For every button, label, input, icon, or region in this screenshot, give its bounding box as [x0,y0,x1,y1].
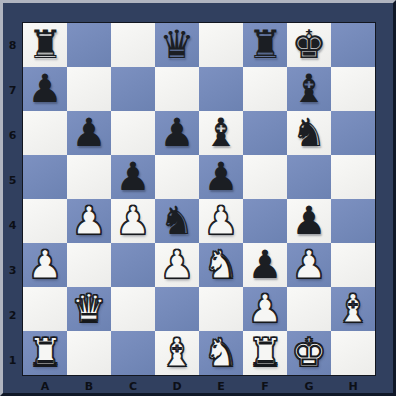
square-e1[interactable]: ♞ [199,331,243,375]
piece-white-rook[interactable]: ♜ [243,331,287,375]
square-a4[interactable] [23,199,67,243]
square-d7[interactable] [155,67,199,111]
square-b2[interactable]: ♛ [67,287,111,331]
square-g1[interactable]: ♚ [287,331,331,375]
file-label-h: H [331,377,375,396]
rank-label-1: 1 [3,338,22,382]
rank-label-4: 4 [3,203,22,247]
board: ♜♛♜♚♟♝♟♟♝♞♟♟♟♟♞♟♟♟♟♞♟♟♛♟♝♜♝♞♜♚ [22,22,376,376]
piece-white-king[interactable]: ♚ [287,331,331,375]
square-c6[interactable] [111,111,155,155]
square-d2[interactable] [155,287,199,331]
square-g6[interactable]: ♞ [287,111,331,155]
piece-black-bishop[interactable]: ♝ [199,111,243,155]
square-e8[interactable] [199,23,243,67]
square-f6[interactable] [243,111,287,155]
square-c4[interactable]: ♟ [111,199,155,243]
piece-black-rook[interactable]: ♜ [243,23,287,67]
square-g7[interactable]: ♝ [287,67,331,111]
square-g8[interactable]: ♚ [287,23,331,67]
square-f4[interactable] [243,199,287,243]
square-a3[interactable]: ♟ [23,243,67,287]
rank-label-3: 3 [3,248,22,292]
square-b7[interactable] [67,67,111,111]
piece-white-rook[interactable]: ♜ [23,331,67,375]
file-labels: ABCDEFGH [22,377,376,396]
rank-label-5: 5 [3,158,22,202]
file-label-b: B [67,377,111,396]
square-d6[interactable]: ♟ [155,111,199,155]
square-h4[interactable] [331,199,375,243]
piece-white-bishop[interactable]: ♝ [155,331,199,375]
rank-label-8: 8 [3,23,22,67]
rank-label-2: 2 [3,293,22,337]
square-f2[interactable]: ♟ [243,287,287,331]
rank-labels: 87654321 [3,22,22,376]
square-h3[interactable] [331,243,375,287]
piece-black-pawn[interactable]: ♟ [243,243,287,287]
square-c1[interactable] [111,331,155,375]
piece-white-bishop[interactable]: ♝ [331,287,375,331]
piece-white-pawn[interactable]: ♟ [155,243,199,287]
square-d4[interactable]: ♞ [155,199,199,243]
square-f3[interactable]: ♟ [243,243,287,287]
square-f8[interactable]: ♜ [243,23,287,67]
piece-white-knight[interactable]: ♞ [199,331,243,375]
piece-white-pawn[interactable]: ♟ [111,199,155,243]
square-c7[interactable] [111,67,155,111]
square-a1[interactable]: ♜ [23,331,67,375]
piece-black-queen[interactable]: ♛ [155,23,199,67]
square-e5[interactable]: ♟ [199,155,243,199]
piece-black-knight[interactable]: ♞ [287,111,331,155]
square-a6[interactable] [23,111,67,155]
square-d5[interactable] [155,155,199,199]
piece-white-pawn[interactable]: ♟ [23,243,67,287]
piece-black-bishop[interactable]: ♝ [287,67,331,111]
file-label-f: F [243,377,287,396]
file-label-a: A [23,377,67,396]
file-label-e: E [199,377,243,396]
square-b8[interactable] [67,23,111,67]
square-b6[interactable]: ♟ [67,111,111,155]
square-a2[interactable] [23,287,67,331]
square-d3[interactable]: ♟ [155,243,199,287]
piece-black-rook[interactable]: ♜ [23,23,67,67]
square-b1[interactable] [67,331,111,375]
square-g5[interactable] [287,155,331,199]
square-e7[interactable] [199,67,243,111]
square-h5[interactable] [331,155,375,199]
file-label-c: C [111,377,155,396]
square-c8[interactable] [111,23,155,67]
square-f7[interactable] [243,67,287,111]
square-c2[interactable] [111,287,155,331]
piece-black-knight[interactable]: ♞ [155,199,199,243]
chess-board-frame: 87654321 ♜♛♜♚♟♝♟♟♝♞♟♟♟♟♞♟♟♟♟♞♟♟♛♟♝♜♝♞♜♚ … [0,0,396,396]
piece-white-knight[interactable]: ♞ [199,243,243,287]
square-h6[interactable] [331,111,375,155]
square-h8[interactable] [331,23,375,67]
square-h2[interactable]: ♝ [331,287,375,331]
square-f1[interactable]: ♜ [243,331,287,375]
piece-white-pawn[interactable]: ♟ [287,243,331,287]
square-h7[interactable] [331,67,375,111]
square-a8[interactable]: ♜ [23,23,67,67]
piece-black-king[interactable]: ♚ [287,23,331,67]
square-a5[interactable] [23,155,67,199]
square-c3[interactable] [111,243,155,287]
square-g4[interactable]: ♟ [287,199,331,243]
square-e6[interactable]: ♝ [199,111,243,155]
piece-black-pawn[interactable]: ♟ [155,111,199,155]
square-d1[interactable]: ♝ [155,331,199,375]
square-d8[interactable]: ♛ [155,23,199,67]
square-g3[interactable]: ♟ [287,243,331,287]
square-e3[interactable]: ♞ [199,243,243,287]
square-b3[interactable] [67,243,111,287]
piece-white-pawn[interactable]: ♟ [67,199,111,243]
piece-black-pawn[interactable]: ♟ [23,67,67,111]
square-b4[interactable]: ♟ [67,199,111,243]
square-b5[interactable] [67,155,111,199]
square-h1[interactable] [331,331,375,375]
piece-black-pawn[interactable]: ♟ [287,199,331,243]
rank-label-7: 7 [3,68,22,112]
file-label-g: G [287,377,331,396]
file-label-d: D [155,377,199,396]
rank-label-6: 6 [3,113,22,157]
piece-black-pawn[interactable]: ♟ [199,155,243,199]
square-e2[interactable] [199,287,243,331]
square-c5[interactable]: ♟ [111,155,155,199]
square-e4[interactable]: ♟ [199,199,243,243]
piece-black-pawn[interactable]: ♟ [111,155,155,199]
square-g2[interactable] [287,287,331,331]
piece-white-pawn[interactable]: ♟ [243,287,287,331]
piece-black-pawn[interactable]: ♟ [67,111,111,155]
piece-white-queen[interactable]: ♛ [67,287,111,331]
square-f5[interactable] [243,155,287,199]
square-a7[interactable]: ♟ [23,67,67,111]
piece-white-pawn[interactable]: ♟ [199,199,243,243]
